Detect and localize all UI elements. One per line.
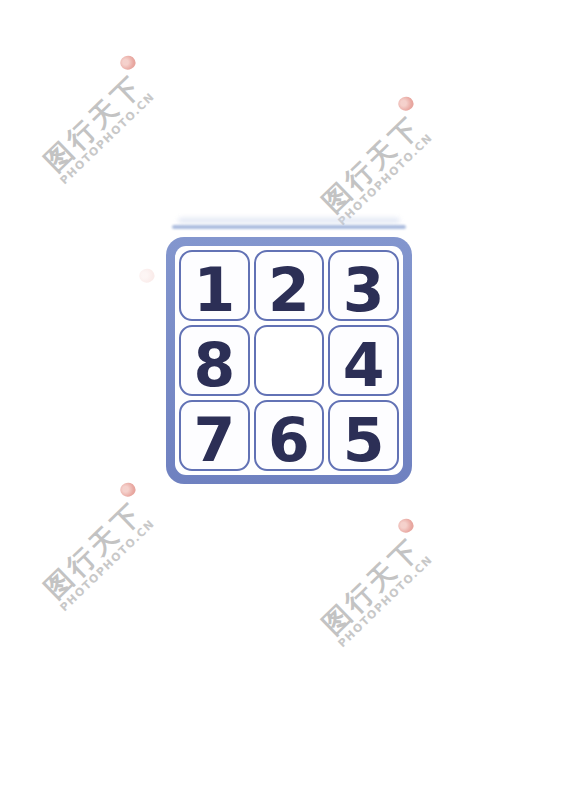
tile-6-number: 6 (268, 410, 310, 470)
red-seal-icon (396, 516, 416, 535)
watermark-url-text: PHOTOPHOTO.CN (336, 126, 441, 228)
watermark-cn-logo-text: 图行天下 (40, 65, 154, 177)
watermark-bottom-left: 图行天下 PHOTOPHOTO.CN (37, 531, 169, 577)
tile-5-number: 5 (343, 410, 385, 470)
tile-1-number: 1 (193, 260, 235, 320)
watermark-top-right: 图行天下 PHOTOPHOTO.CN (315, 145, 447, 191)
red-seal-icon (118, 480, 138, 499)
puzzle-board: 1 2 3 8 4 7 6 5 (166, 237, 412, 484)
watermark-content: 图行天下 PHOTOPHOTO.CN (318, 106, 445, 231)
tile-3[interactable]: 3 (328, 250, 399, 321)
empty-cell (254, 325, 325, 396)
tile-1[interactable]: 1 (179, 250, 250, 321)
watermark-cn-logo-text: 图行天下 (318, 528, 432, 640)
watermark-bottom-right: 图行天下 PHOTOPHOTO.CN (315, 567, 447, 613)
tile-8-number: 8 (193, 335, 235, 395)
watermark-content: 图行天下 PHOTOPHOTO.CN (318, 528, 445, 653)
tile-2-number: 2 (268, 260, 310, 320)
watermark-content: 图行天下 PHOTOPHOTO.CN (40, 492, 167, 617)
tile-2[interactable]: 2 (254, 250, 325, 321)
watermark-content: 图行天下 PHOTOPHOTO.CN (40, 65, 167, 190)
tile-7[interactable]: 7 (179, 400, 250, 471)
red-seal-icon (396, 94, 416, 113)
red-seal-icon (137, 266, 157, 285)
watermark-url-text: PHOTOPHOTO.CN (58, 85, 163, 187)
tile-6[interactable]: 6 (254, 400, 325, 471)
board-grid: 1 2 3 8 4 7 6 5 (175, 246, 403, 475)
tile-4[interactable]: 4 (328, 325, 399, 396)
red-seal-icon (118, 53, 138, 72)
watermark-cn-logo-text: 图行天下 (59, 278, 173, 390)
watermark-top-left: 图行天下 PHOTOPHOTO.CN (37, 104, 169, 150)
watermark-cn-logo-text: 图行天下 (318, 106, 432, 218)
page-background: 图行天下 PHOTOPHOTO.CN 图行天下 PHOTOPHOTO.CN 图行… (0, 0, 566, 800)
tile-5[interactable]: 5 (328, 400, 399, 471)
board-top-glow (172, 225, 406, 229)
tile-7-number: 7 (193, 410, 235, 470)
watermark-cn-logo-text: 图行天下 (40, 492, 154, 604)
watermark-url-text: PHOTOPHOTO.CN (58, 512, 163, 614)
tile-8[interactable]: 8 (179, 325, 250, 396)
watermark-url-text: PHOTOPHOTO.CN (336, 548, 441, 650)
tile-4-number: 4 (343, 335, 385, 395)
tile-3-number: 3 (343, 260, 385, 320)
